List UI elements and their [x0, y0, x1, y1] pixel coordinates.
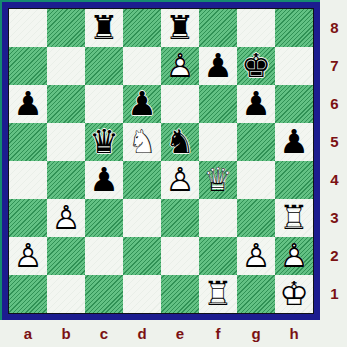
square-f2[interactable] — [199, 237, 237, 275]
square-e8[interactable]: ♜ — [161, 9, 199, 47]
rank-label-5: 5 — [322, 123, 347, 161]
board-frame: ♜♜♟♙♟♚♟♟♟♛♞♘♞♟♟♟♙♛♕♟♙♜♖♟♙♟♙♟♙♜♖♚♔ — [2, 2, 320, 320]
black-knight[interactable]: ♞ — [161, 123, 199, 161]
square-a5[interactable] — [9, 123, 47, 161]
square-b7[interactable] — [47, 47, 85, 85]
square-g8[interactable] — [237, 9, 275, 47]
white-pawn[interactable]: ♙ — [161, 161, 199, 199]
square-b6[interactable] — [47, 85, 85, 123]
black-rook[interactable]: ♜ — [161, 9, 199, 47]
file-label-a: a — [9, 321, 47, 347]
black-rook[interactable]: ♜ — [85, 9, 123, 47]
square-d1[interactable] — [123, 275, 161, 313]
square-d7[interactable] — [123, 47, 161, 85]
rank-label-7: 7 — [322, 47, 347, 85]
square-e5[interactable]: ♞ — [161, 123, 199, 161]
square-d6[interactable]: ♟ — [123, 85, 161, 123]
square-d4[interactable] — [123, 161, 161, 199]
file-label-c: c — [85, 321, 123, 347]
white-rook[interactable]: ♖ — [275, 199, 313, 237]
square-c5[interactable]: ♛ — [85, 123, 123, 161]
square-g6[interactable]: ♟ — [237, 85, 275, 123]
square-c1[interactable] — [85, 275, 123, 313]
square-a7[interactable] — [9, 47, 47, 85]
file-label-f: f — [199, 321, 237, 347]
square-a6[interactable]: ♟ — [9, 85, 47, 123]
file-label-h: h — [275, 321, 313, 347]
square-h7[interactable] — [275, 47, 313, 85]
square-d2[interactable] — [123, 237, 161, 275]
square-b8[interactable] — [47, 9, 85, 47]
rank-label-8: 8 — [322, 9, 347, 47]
square-f8[interactable] — [199, 9, 237, 47]
rank-label-4: 4 — [322, 161, 347, 199]
square-b1[interactable] — [47, 275, 85, 313]
square-a4[interactable] — [9, 161, 47, 199]
white-king[interactable]: ♔ — [275, 275, 313, 313]
square-g4[interactable] — [237, 161, 275, 199]
square-c8[interactable]: ♜ — [85, 9, 123, 47]
white-knight[interactable]: ♘ — [123, 123, 161, 161]
square-e3[interactable] — [161, 199, 199, 237]
file-label-d: d — [123, 321, 161, 347]
white-pawn[interactable]: ♙ — [47, 199, 85, 237]
square-h5[interactable]: ♟ — [275, 123, 313, 161]
white-queen[interactable]: ♕ — [199, 161, 237, 199]
rank-label-6: 6 — [322, 85, 347, 123]
file-label-e: e — [161, 321, 199, 347]
file-label-g: g — [237, 321, 275, 347]
file-label-b: b — [47, 321, 85, 347]
square-d8[interactable] — [123, 9, 161, 47]
square-f1[interactable]: ♜♖ — [199, 275, 237, 313]
black-pawn[interactable]: ♟ — [123, 85, 161, 123]
black-pawn[interactable]: ♟ — [237, 85, 275, 123]
square-e4[interactable]: ♟♙ — [161, 161, 199, 199]
black-pawn[interactable]: ♟ — [199, 47, 237, 85]
white-pawn[interactable]: ♙ — [237, 237, 275, 275]
white-pawn[interactable]: ♙ — [161, 47, 199, 85]
square-e6[interactable] — [161, 85, 199, 123]
square-e2[interactable] — [161, 237, 199, 275]
square-b3[interactable]: ♟♙ — [47, 199, 85, 237]
square-h3[interactable]: ♜♖ — [275, 199, 313, 237]
square-g2[interactable]: ♟♙ — [237, 237, 275, 275]
square-h2[interactable]: ♟♙ — [275, 237, 313, 275]
square-d3[interactable] — [123, 199, 161, 237]
square-a1[interactable] — [9, 275, 47, 313]
square-h6[interactable] — [275, 85, 313, 123]
square-c4[interactable]: ♟ — [85, 161, 123, 199]
square-c6[interactable] — [85, 85, 123, 123]
square-g3[interactable] — [237, 199, 275, 237]
square-d5[interactable]: ♞♘ — [123, 123, 161, 161]
square-a2[interactable]: ♟♙ — [9, 237, 47, 275]
square-h1[interactable]: ♚♔ — [275, 275, 313, 313]
square-a3[interactable] — [9, 199, 47, 237]
square-c7[interactable] — [85, 47, 123, 85]
black-king[interactable]: ♚ — [237, 47, 275, 85]
chess-board: ♜♜♟♙♟♚♟♟♟♛♞♘♞♟♟♟♙♛♕♟♙♜♖♟♙♟♙♟♙♜♖♚♔ — [0, 0, 320, 320]
square-h4[interactable] — [275, 161, 313, 199]
square-e1[interactable] — [161, 275, 199, 313]
file-labels: abcdefgh — [9, 321, 313, 347]
square-c2[interactable] — [85, 237, 123, 275]
square-h8[interactable] — [275, 9, 313, 47]
black-pawn[interactable]: ♟ — [275, 123, 313, 161]
square-f5[interactable] — [199, 123, 237, 161]
board-inner-line: ♜♜♟♙♟♚♟♟♟♛♞♘♞♟♟♟♙♛♕♟♙♜♖♟♙♟♙♟♙♜♖♚♔ — [8, 8, 314, 314]
square-f6[interactable] — [199, 85, 237, 123]
square-f7[interactable]: ♟ — [199, 47, 237, 85]
black-pawn[interactable]: ♟ — [9, 85, 47, 123]
white-pawn[interactable]: ♙ — [9, 237, 47, 275]
black-pawn[interactable]: ♟ — [85, 161, 123, 199]
white-rook[interactable]: ♖ — [199, 275, 237, 313]
square-g7[interactable]: ♚ — [237, 47, 275, 85]
white-pawn[interactable]: ♙ — [275, 237, 313, 275]
board-grid: ♜♜♟♙♟♚♟♟♟♛♞♘♞♟♟♟♙♛♕♟♙♜♖♟♙♟♙♟♙♜♖♚♔ — [9, 9, 313, 313]
rank-label-2: 2 — [322, 237, 347, 275]
square-g1[interactable] — [237, 275, 275, 313]
square-f3[interactable] — [199, 199, 237, 237]
square-b5[interactable] — [47, 123, 85, 161]
square-a8[interactable] — [9, 9, 47, 47]
square-g5[interactable] — [237, 123, 275, 161]
square-e7[interactable]: ♟♙ — [161, 47, 199, 85]
square-f4[interactable]: ♛♕ — [199, 161, 237, 199]
square-c3[interactable] — [85, 199, 123, 237]
black-queen[interactable]: ♛ — [85, 123, 123, 161]
rank-label-3: 3 — [322, 199, 347, 237]
square-b2[interactable] — [47, 237, 85, 275]
rank-label-1: 1 — [322, 275, 347, 313]
square-b4[interactable] — [47, 161, 85, 199]
rank-labels: 87654321 — [322, 9, 347, 313]
